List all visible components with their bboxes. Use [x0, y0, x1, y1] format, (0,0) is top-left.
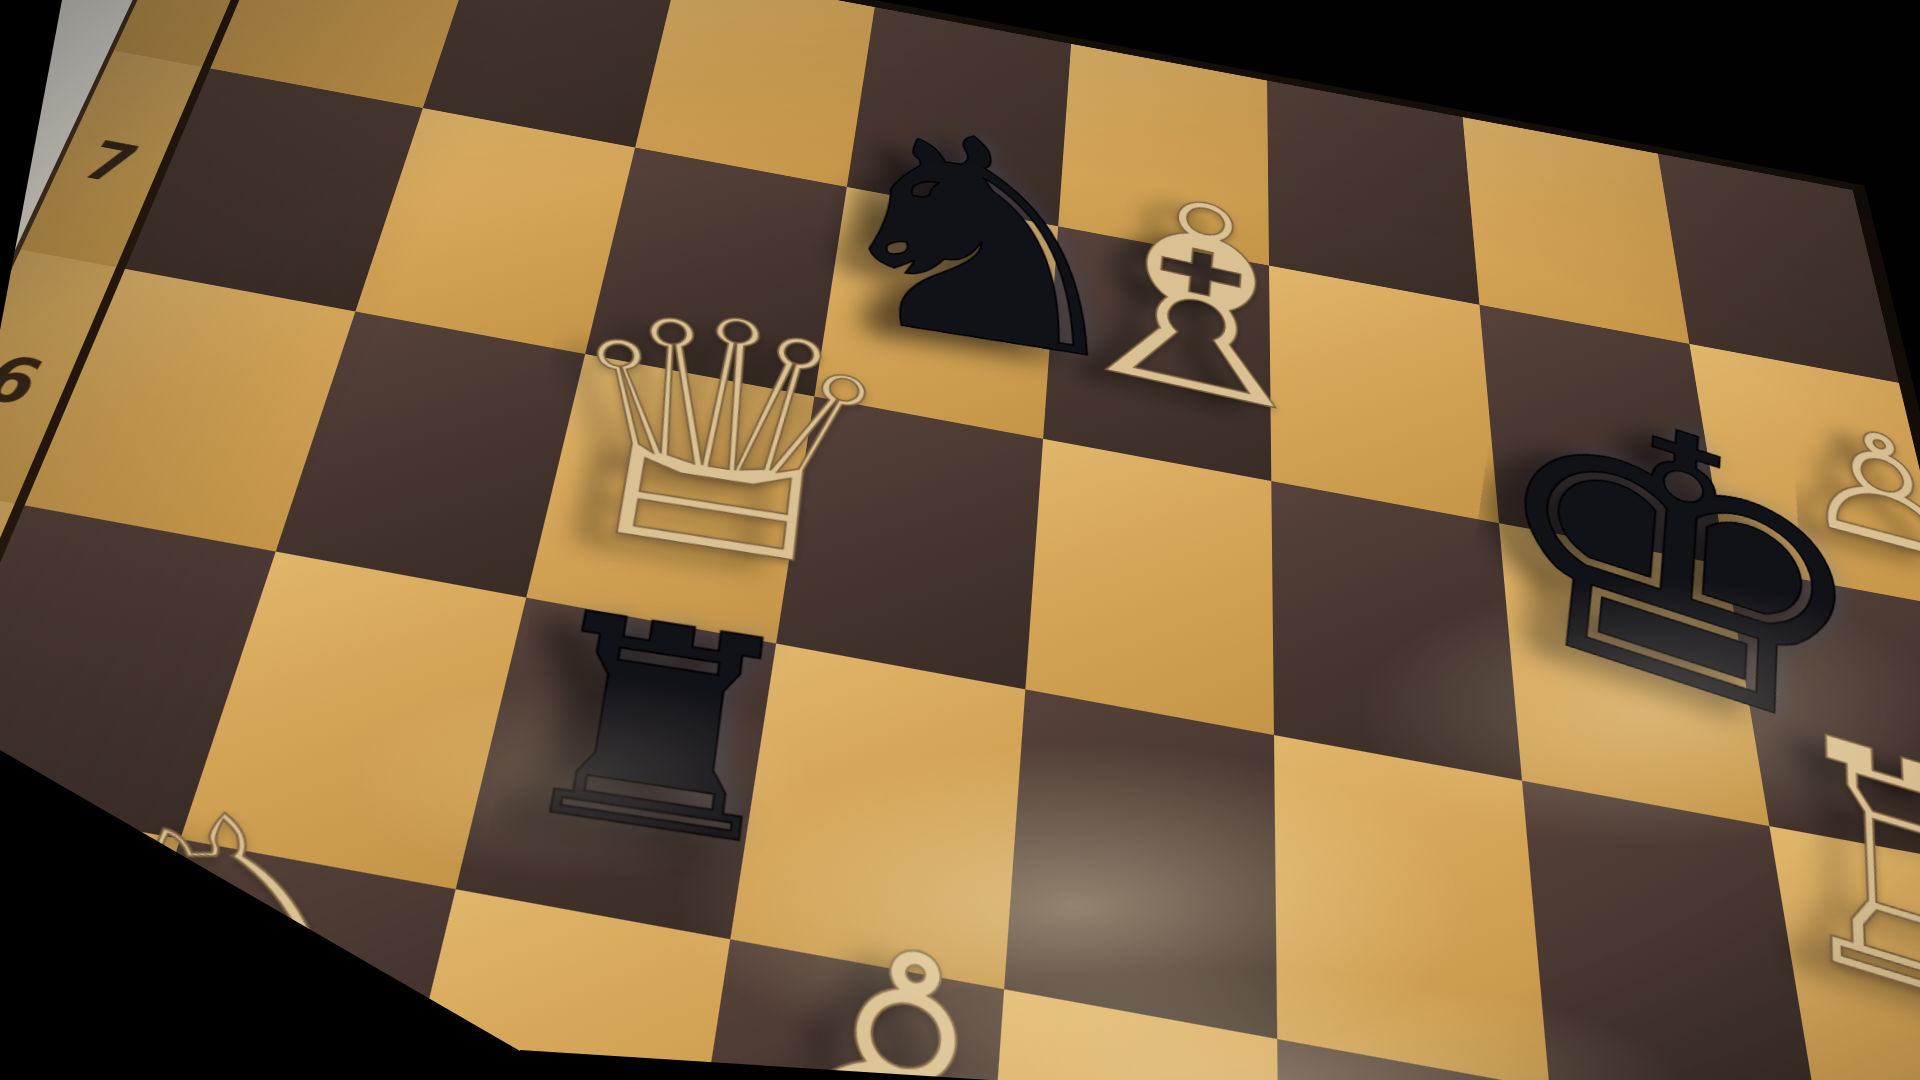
- rank-label-7: 7: [72, 134, 146, 192]
- square-f5[interactable]: [1274, 735, 1550, 1080]
- rank-label-8: 8: [159, 0, 226, 2]
- square-e6[interactable]: [1025, 439, 1274, 735]
- square-g6[interactable]: ♚: [1499, 523, 1769, 826]
- square-e7[interactable]: ♗: [1043, 226, 1271, 481]
- photo-stage: Wooden chess set, white queen and bishop…: [0, 0, 1920, 1080]
- rank-label-6: 6: [0, 347, 53, 414]
